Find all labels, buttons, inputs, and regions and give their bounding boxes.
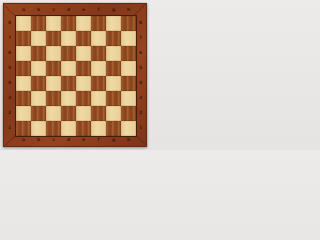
square-g5[interactable]: [106, 61, 121, 76]
rank-label-4-right: 4: [137, 76, 144, 91]
square-f5[interactable]: [91, 61, 106, 76]
square-h6[interactable]: [121, 46, 136, 61]
rank-label-7-right: 7: [137, 31, 144, 46]
square-d3[interactable]: [61, 91, 76, 106]
file-label-g-top: g: [106, 6, 121, 14]
square-d1[interactable]: [61, 121, 76, 136]
square-d7[interactable]: [61, 31, 76, 46]
square-a7[interactable]: [16, 31, 31, 46]
square-g8[interactable]: [106, 16, 121, 31]
file-label-c-bottom: c: [46, 136, 61, 144]
file-label-a-top: a: [16, 6, 31, 14]
square-h2[interactable]: [121, 106, 136, 121]
file-label-c-top: c: [46, 6, 61, 14]
square-c7[interactable]: [46, 31, 61, 46]
rank-label-8-right: 8: [137, 16, 144, 31]
square-f1[interactable]: [91, 121, 106, 136]
square-d5[interactable]: [61, 61, 76, 76]
file-label-f-bottom: f: [91, 136, 106, 144]
rank-label-3-left: 3: [6, 91, 13, 106]
square-e1[interactable]: [76, 121, 91, 136]
square-a3[interactable]: [16, 91, 31, 106]
file-label-d-top: d: [61, 6, 76, 14]
square-b2[interactable]: [31, 106, 46, 121]
rank-label-2-left: 2: [6, 106, 13, 121]
square-e4[interactable]: [76, 76, 91, 91]
rank-label-2-right: 2: [137, 106, 144, 121]
square-h3[interactable]: [121, 91, 136, 106]
square-g6[interactable]: [106, 46, 121, 61]
square-a6[interactable]: [16, 46, 31, 61]
page-background: abcdefgh abcdefgh 87654321 87654321: [0, 0, 150, 150]
square-b6[interactable]: [31, 46, 46, 61]
rank-label-1-left: 1: [6, 121, 13, 136]
square-b7[interactable]: [31, 31, 46, 46]
square-c2[interactable]: [46, 106, 61, 121]
rank-label-5-left: 5: [6, 61, 13, 76]
rank-label-5-right: 5: [137, 61, 144, 76]
square-g4[interactable]: [106, 76, 121, 91]
square-d4[interactable]: [61, 76, 76, 91]
square-e5[interactable]: [76, 61, 91, 76]
file-label-b-bottom: b: [31, 136, 46, 144]
square-e6[interactable]: [76, 46, 91, 61]
square-h4[interactable]: [121, 76, 136, 91]
board-grid: [15, 15, 137, 137]
square-h5[interactable]: [121, 61, 136, 76]
file-label-e-bottom: e: [76, 136, 91, 144]
square-g2[interactable]: [106, 106, 121, 121]
square-f6[interactable]: [91, 46, 106, 61]
square-e3[interactable]: [76, 91, 91, 106]
square-f7[interactable]: [91, 31, 106, 46]
square-d8[interactable]: [61, 16, 76, 31]
square-e8[interactable]: [76, 16, 91, 31]
square-c3[interactable]: [46, 91, 61, 106]
file-labels-bottom: abcdefgh: [16, 136, 136, 144]
square-b3[interactable]: [31, 91, 46, 106]
square-b1[interactable]: [31, 121, 46, 136]
square-c5[interactable]: [46, 61, 61, 76]
file-label-a-bottom: a: [16, 136, 31, 144]
square-d2[interactable]: [61, 106, 76, 121]
square-e2[interactable]: [76, 106, 91, 121]
square-a4[interactable]: [16, 76, 31, 91]
rank-label-6-left: 6: [6, 46, 13, 61]
square-b4[interactable]: [31, 76, 46, 91]
file-labels-top: abcdefgh: [16, 6, 136, 14]
rank-label-7-left: 7: [6, 31, 13, 46]
square-d6[interactable]: [61, 46, 76, 61]
rank-labels-left: 87654321: [6, 16, 13, 136]
square-h7[interactable]: [121, 31, 136, 46]
rank-label-4-left: 4: [6, 76, 13, 91]
file-label-g-bottom: g: [106, 136, 121, 144]
rank-label-8-left: 8: [6, 16, 13, 31]
file-label-d-bottom: d: [61, 136, 76, 144]
square-f4[interactable]: [91, 76, 106, 91]
square-g7[interactable]: [106, 31, 121, 46]
file-label-f-top: f: [91, 6, 106, 14]
square-a1[interactable]: [16, 121, 31, 136]
square-f3[interactable]: [91, 91, 106, 106]
file-label-e-top: e: [76, 6, 91, 14]
square-g3[interactable]: [106, 91, 121, 106]
rank-labels-right: 87654321: [137, 16, 144, 136]
square-b8[interactable]: [31, 16, 46, 31]
file-label-h-top: h: [121, 6, 136, 14]
rank-label-6-right: 6: [137, 46, 144, 61]
file-label-b-top: b: [31, 6, 46, 14]
square-e7[interactable]: [76, 31, 91, 46]
rank-label-3-right: 3: [137, 91, 144, 106]
square-h1[interactable]: [121, 121, 136, 136]
square-g1[interactable]: [106, 121, 121, 136]
square-c8[interactable]: [46, 16, 61, 31]
square-h8[interactable]: [121, 16, 136, 31]
file-label-h-bottom: h: [121, 136, 136, 144]
square-f2[interactable]: [91, 106, 106, 121]
square-a8[interactable]: [16, 16, 31, 31]
square-a5[interactable]: [16, 61, 31, 76]
square-b5[interactable]: [31, 61, 46, 76]
square-c6[interactable]: [46, 46, 61, 61]
square-c1[interactable]: [46, 121, 61, 136]
square-c4[interactable]: [46, 76, 61, 91]
chess-board: abcdefgh abcdefgh 87654321 87654321: [3, 3, 147, 147]
square-a2[interactable]: [16, 106, 31, 121]
square-f8[interactable]: [91, 16, 106, 31]
rank-label-1-right: 1: [137, 121, 144, 136]
